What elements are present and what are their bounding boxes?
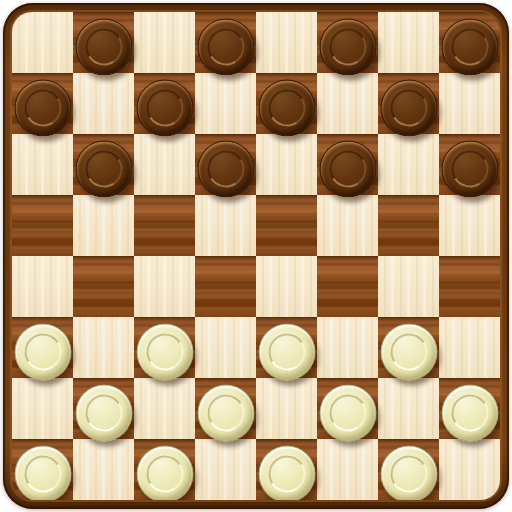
square-r4c8	[439, 195, 500, 256]
square-r2c4	[195, 73, 256, 134]
square-r5c5	[256, 256, 317, 317]
light-checker-piece[interactable]	[14, 445, 71, 500]
light-checker-piece[interactable]	[197, 384, 254, 441]
square-r3c4[interactable]	[195, 134, 256, 195]
square-r6c6	[317, 317, 378, 378]
dark-checker-piece[interactable]	[258, 79, 315, 136]
dark-checker-piece[interactable]	[136, 79, 193, 136]
square-r6c8	[439, 317, 500, 378]
light-checker-piece[interactable]	[319, 384, 376, 441]
square-r8c2	[73, 439, 134, 500]
square-r2c1[interactable]	[12, 73, 73, 134]
square-r4c5[interactable]	[256, 195, 317, 256]
square-r3c5	[256, 134, 317, 195]
square-r6c1[interactable]	[12, 317, 73, 378]
square-r3c2[interactable]	[73, 134, 134, 195]
square-r8c8	[439, 439, 500, 500]
square-r5c2[interactable]	[73, 256, 134, 317]
square-r6c7[interactable]	[378, 317, 439, 378]
square-r4c1[interactable]	[12, 195, 73, 256]
square-r4c7[interactable]	[378, 195, 439, 256]
dark-checker-piece[interactable]	[197, 140, 254, 197]
square-r4c4	[195, 195, 256, 256]
light-checker-piece[interactable]	[75, 384, 132, 441]
square-r1c4[interactable]	[195, 12, 256, 73]
square-r6c4	[195, 317, 256, 378]
square-r8c1[interactable]	[12, 439, 73, 500]
square-r5c8[interactable]	[439, 256, 500, 317]
square-r6c5[interactable]	[256, 317, 317, 378]
square-r4c6	[317, 195, 378, 256]
light-checker-piece[interactable]	[258, 445, 315, 500]
light-checker-piece[interactable]	[441, 384, 498, 441]
light-checker-piece[interactable]	[136, 323, 193, 380]
square-r8c7[interactable]	[378, 439, 439, 500]
checkers-app-screen	[0, 0, 512, 512]
square-r3c6[interactable]	[317, 134, 378, 195]
square-r2c7[interactable]	[378, 73, 439, 134]
square-r1c3	[134, 12, 195, 73]
square-r7c3	[134, 378, 195, 439]
square-r7c5	[256, 378, 317, 439]
square-r7c6[interactable]	[317, 378, 378, 439]
dark-checker-piece[interactable]	[75, 140, 132, 197]
light-checker-piece[interactable]	[136, 445, 193, 500]
square-r6c2	[73, 317, 134, 378]
dark-checker-piece[interactable]	[441, 140, 498, 197]
square-r2c2	[73, 73, 134, 134]
light-checker-piece[interactable]	[258, 323, 315, 380]
light-checker-piece[interactable]	[14, 323, 71, 380]
square-r7c2[interactable]	[73, 378, 134, 439]
square-r6c3[interactable]	[134, 317, 195, 378]
square-r4c3[interactable]	[134, 195, 195, 256]
square-r1c5	[256, 12, 317, 73]
square-r2c6	[317, 73, 378, 134]
square-r2c5[interactable]	[256, 73, 317, 134]
dark-checker-piece[interactable]	[380, 79, 437, 136]
square-r1c8[interactable]	[439, 12, 500, 73]
square-r8c6	[317, 439, 378, 500]
square-r8c4	[195, 439, 256, 500]
dark-checker-piece[interactable]	[14, 79, 71, 136]
square-r3c3	[134, 134, 195, 195]
square-r5c7	[378, 256, 439, 317]
square-r7c8[interactable]	[439, 378, 500, 439]
square-r4c2	[73, 195, 134, 256]
square-r7c7	[378, 378, 439, 439]
square-r1c1	[12, 12, 73, 73]
square-r5c4[interactable]	[195, 256, 256, 317]
board-frame	[3, 3, 509, 509]
dark-checker-piece[interactable]	[441, 18, 498, 75]
board-grid	[12, 12, 500, 500]
dark-checker-piece[interactable]	[319, 140, 376, 197]
square-r3c8[interactable]	[439, 134, 500, 195]
square-r2c8	[439, 73, 500, 134]
light-checker-piece[interactable]	[380, 445, 437, 500]
square-r1c6[interactable]	[317, 12, 378, 73]
square-r3c7	[378, 134, 439, 195]
square-r1c7	[378, 12, 439, 73]
square-r5c1	[12, 256, 73, 317]
square-r5c3	[134, 256, 195, 317]
square-r7c4[interactable]	[195, 378, 256, 439]
square-r5c6[interactable]	[317, 256, 378, 317]
light-checker-piece[interactable]	[380, 323, 437, 380]
dark-checker-piece[interactable]	[197, 18, 254, 75]
dark-checker-piece[interactable]	[319, 18, 376, 75]
square-r2c3[interactable]	[134, 73, 195, 134]
square-r7c1	[12, 378, 73, 439]
dark-checker-piece[interactable]	[75, 18, 132, 75]
square-r1c2[interactable]	[73, 12, 134, 73]
square-r3c1	[12, 134, 73, 195]
square-r8c5[interactable]	[256, 439, 317, 500]
square-r8c3[interactable]	[134, 439, 195, 500]
